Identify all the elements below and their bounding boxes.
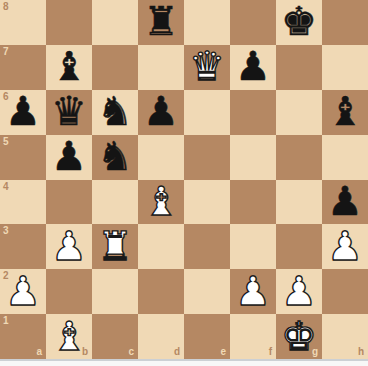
square-e2[interactable] (184, 269, 230, 314)
black-knight[interactable]: ♞ (97, 91, 133, 131)
chess-app-window: 8♜♚7♝♛♟6♟♛♞♟♝5♟♞4♝♟3♟♜♟2♟♟♟1ab♝cdefg♚h (0, 0, 368, 366)
square-g5[interactable] (276, 135, 322, 180)
white-king[interactable]: ♚ (281, 316, 317, 356)
square-h1[interactable]: h (322, 314, 368, 359)
black-queen[interactable]: ♛ (51, 91, 87, 131)
square-c2[interactable] (92, 269, 138, 314)
square-c7[interactable] (92, 45, 138, 90)
square-g8[interactable]: ♚ (276, 0, 322, 45)
square-c5[interactable]: ♞ (92, 135, 138, 180)
square-c6[interactable]: ♞ (92, 90, 138, 135)
square-f2[interactable]: ♟ (230, 269, 276, 314)
square-f1[interactable]: f (230, 314, 276, 359)
square-f8[interactable] (230, 0, 276, 45)
square-b2[interactable] (46, 269, 92, 314)
file-label-e: e (220, 347, 226, 357)
square-a2[interactable]: 2♟ (0, 269, 46, 314)
square-c4[interactable] (92, 180, 138, 225)
square-h7[interactable] (322, 45, 368, 90)
black-pawn[interactable]: ♟ (327, 181, 363, 221)
white-pawn[interactable]: ♟ (327, 226, 363, 266)
file-label-a: a (36, 347, 42, 357)
square-e7[interactable]: ♛ (184, 45, 230, 90)
file-label-d: d (174, 347, 180, 357)
square-f4[interactable] (230, 180, 276, 225)
black-rook[interactable]: ♜ (143, 1, 179, 41)
black-bishop[interactable]: ♝ (51, 46, 87, 86)
square-a5[interactable]: 5 (0, 135, 46, 180)
square-f7[interactable]: ♟ (230, 45, 276, 90)
rank-label-1: 1 (3, 316, 9, 326)
square-b3[interactable]: ♟ (46, 224, 92, 269)
black-pawn[interactable]: ♟ (143, 91, 179, 131)
rank-label-5: 5 (3, 137, 9, 147)
square-d3[interactable] (138, 224, 184, 269)
chess-board: 8♜♚7♝♛♟6♟♛♞♟♝5♟♞4♝♟3♟♜♟2♟♟♟1ab♝cdefg♚h (0, 0, 368, 359)
square-d1[interactable]: d (138, 314, 184, 359)
square-h2[interactable] (322, 269, 368, 314)
white-pawn[interactable]: ♟ (235, 271, 271, 311)
white-rook[interactable]: ♜ (97, 226, 133, 266)
rank-label-3: 3 (3, 226, 9, 236)
black-king[interactable]: ♚ (281, 1, 317, 41)
square-a3[interactable]: 3 (0, 224, 46, 269)
square-h6[interactable]: ♝ (322, 90, 368, 135)
square-h4[interactable]: ♟ (322, 180, 368, 225)
square-c3[interactable]: ♜ (92, 224, 138, 269)
rank-label-7: 7 (3, 47, 9, 57)
square-a6[interactable]: 6♟ (0, 90, 46, 135)
square-b1[interactable]: b♝ (46, 314, 92, 359)
square-b6[interactable]: ♛ (46, 90, 92, 135)
square-e3[interactable] (184, 224, 230, 269)
white-pawn[interactable]: ♟ (281, 271, 317, 311)
black-knight[interactable]: ♞ (97, 136, 133, 176)
square-d8[interactable]: ♜ (138, 0, 184, 45)
square-b4[interactable] (46, 180, 92, 225)
square-g2[interactable]: ♟ (276, 269, 322, 314)
white-bishop[interactable]: ♝ (51, 316, 87, 356)
square-h8[interactable] (322, 0, 368, 45)
rank-label-8: 8 (3, 2, 9, 12)
square-f5[interactable] (230, 135, 276, 180)
square-e5[interactable] (184, 135, 230, 180)
square-g3[interactable] (276, 224, 322, 269)
square-d5[interactable] (138, 135, 184, 180)
square-e6[interactable] (184, 90, 230, 135)
black-pawn[interactable]: ♟ (5, 91, 41, 131)
file-label-h: h (358, 347, 364, 357)
black-pawn[interactable]: ♟ (51, 136, 87, 176)
square-g7[interactable] (276, 45, 322, 90)
square-a7[interactable]: 7 (0, 45, 46, 90)
square-g4[interactable] (276, 180, 322, 225)
square-f6[interactable] (230, 90, 276, 135)
rank-label-4: 4 (3, 182, 9, 192)
square-a8[interactable]: 8 (0, 0, 46, 45)
black-pawn[interactable]: ♟ (235, 46, 271, 86)
square-f3[interactable] (230, 224, 276, 269)
square-d4[interactable]: ♝ (138, 180, 184, 225)
file-label-f: f (269, 347, 272, 357)
square-h3[interactable]: ♟ (322, 224, 368, 269)
square-b5[interactable]: ♟ (46, 135, 92, 180)
square-e8[interactable] (184, 0, 230, 45)
black-bishop[interactable]: ♝ (327, 91, 363, 131)
square-c1[interactable]: c (92, 314, 138, 359)
square-d2[interactable] (138, 269, 184, 314)
window-bottom-edge (0, 359, 368, 366)
square-a1[interactable]: 1a (0, 314, 46, 359)
white-pawn[interactable]: ♟ (51, 226, 87, 266)
square-b8[interactable] (46, 0, 92, 45)
square-g1[interactable]: g♚ (276, 314, 322, 359)
square-a4[interactable]: 4 (0, 180, 46, 225)
square-h5[interactable] (322, 135, 368, 180)
square-b7[interactable]: ♝ (46, 45, 92, 90)
square-e4[interactable] (184, 180, 230, 225)
square-d7[interactable] (138, 45, 184, 90)
square-c8[interactable] (92, 0, 138, 45)
file-label-c: c (128, 347, 134, 357)
square-e1[interactable]: e (184, 314, 230, 359)
square-d6[interactable]: ♟ (138, 90, 184, 135)
white-pawn[interactable]: ♟ (5, 271, 41, 311)
white-queen[interactable]: ♛ (189, 46, 225, 86)
square-g6[interactable] (276, 90, 322, 135)
white-bishop[interactable]: ♝ (143, 181, 179, 221)
